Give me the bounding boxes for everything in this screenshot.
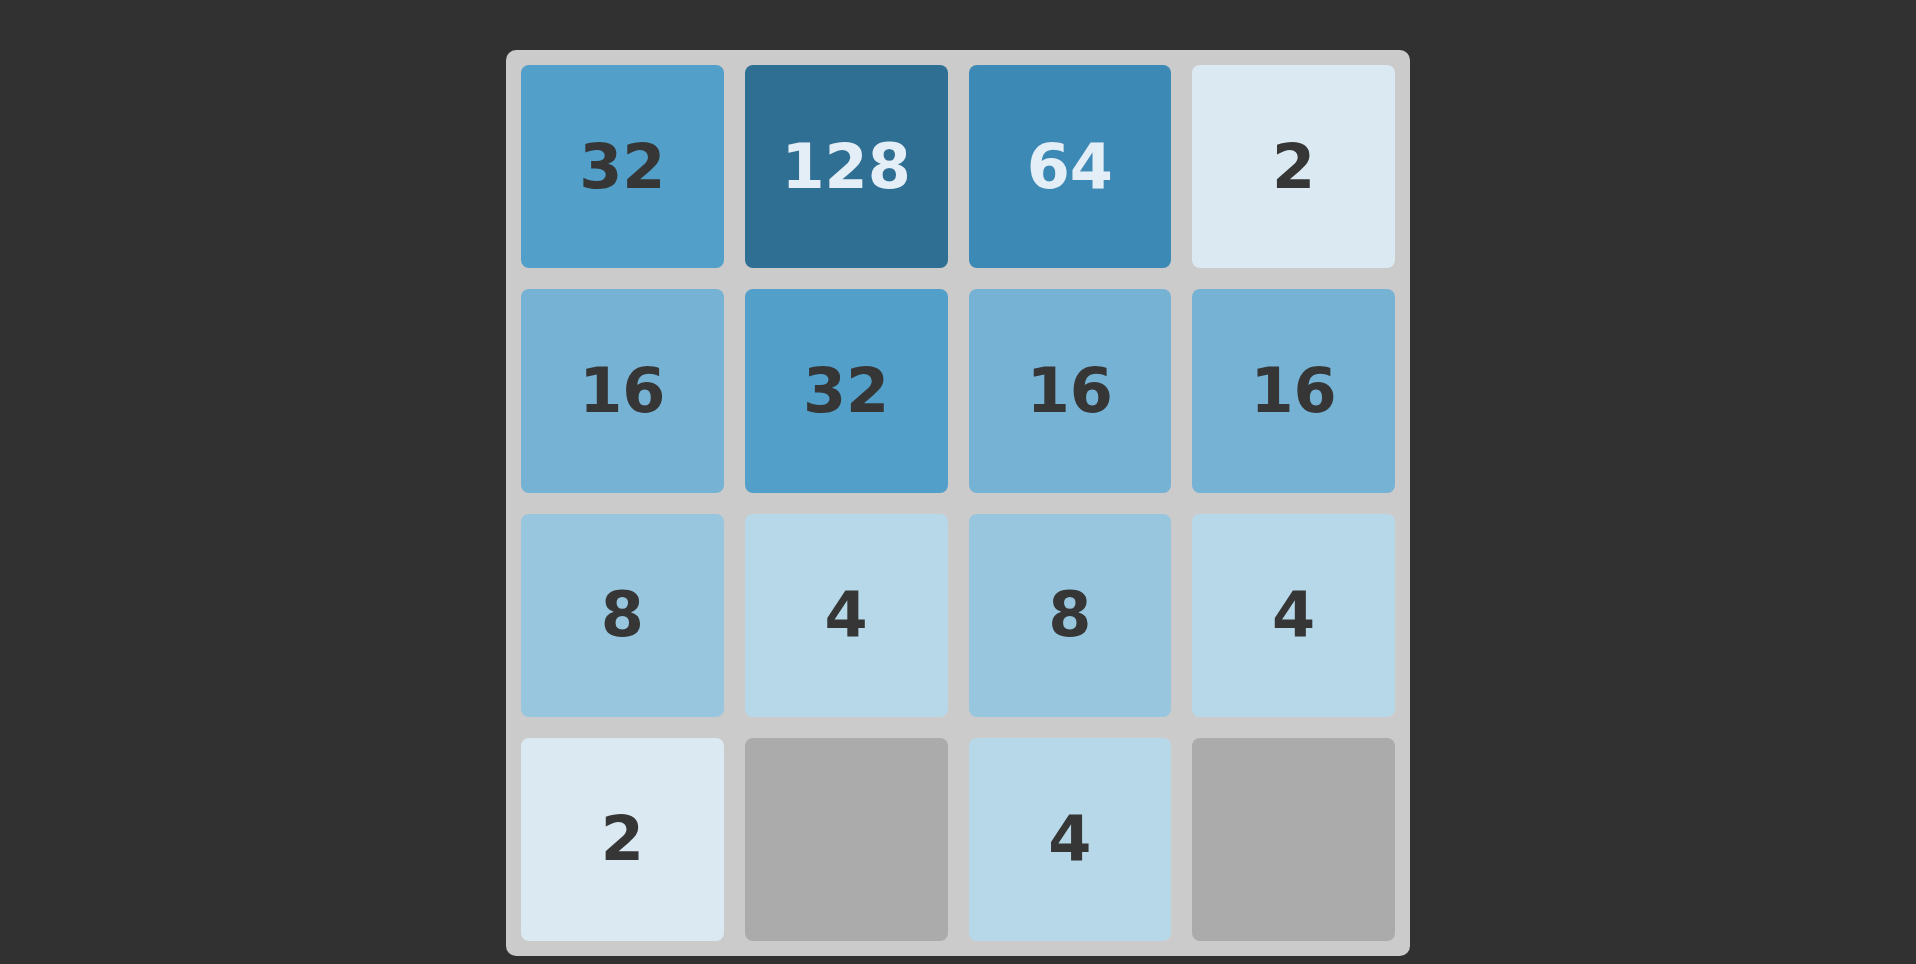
tile-32-r1c1: 32 — [521, 65, 724, 268]
tile-16-r2c1: 16 — [521, 289, 724, 492]
tile-16-r2c3: 16 — [969, 289, 1172, 492]
cell-r4c2 — [745, 738, 948, 941]
tile-2-r1c4: 2 — [1192, 65, 1395, 268]
tile-16-r2c4: 16 — [1192, 289, 1395, 492]
tile-2-r4c1: 2 — [521, 738, 724, 941]
tile-4-r3c4: 4 — [1192, 514, 1395, 717]
cell-r4c4 — [1192, 738, 1395, 941]
tile-128-r1c2: 128 — [745, 65, 948, 268]
tile-8-r3c1: 8 — [521, 514, 724, 717]
tile-8-r3c3: 8 — [969, 514, 1172, 717]
tile-32-r2c2: 32 — [745, 289, 948, 492]
tile-4-r3c2: 4 — [745, 514, 948, 717]
tile-4-r4c3: 4 — [969, 738, 1172, 941]
board-2048[interactable]: 32 128 64 2 16 32 16 16 8 4 8 4 2 4 — [506, 50, 1410, 956]
tile-64-r1c3: 64 — [969, 65, 1172, 268]
